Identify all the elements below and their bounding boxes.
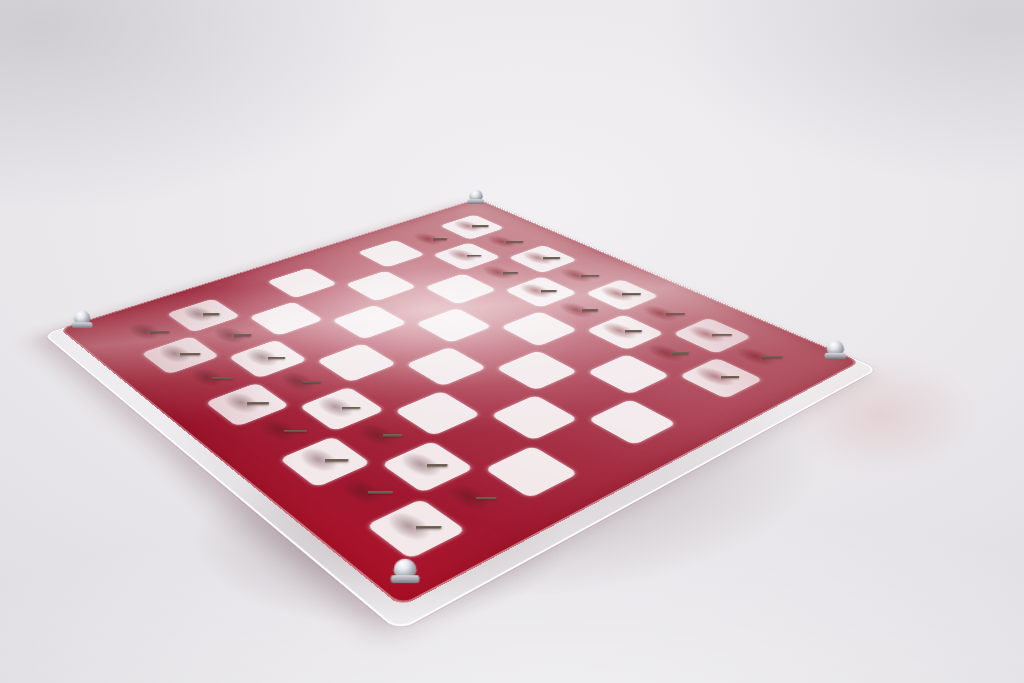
pawn-cap-icon bbox=[462, 419, 489, 444]
piece-body: ♜ bbox=[747, 297, 777, 346]
piece-plinth bbox=[703, 367, 739, 379]
piece-red-pawn-h7[interactable]: ♟ bbox=[703, 316, 739, 378]
pawn-cap-icon bbox=[534, 238, 549, 247]
queen-cap-icon bbox=[567, 194, 596, 206]
white-bishop-glyph-icon: ♗ bbox=[205, 321, 220, 338]
white-rook-glyph-icon: ♖ bbox=[143, 289, 156, 304]
pawn-cap-icon bbox=[370, 363, 395, 386]
piece-red-pawn-d7[interactable]: ♟ bbox=[525, 238, 556, 292]
piece-body: ♗ bbox=[308, 370, 342, 448]
pawn-cap-icon bbox=[663, 294, 679, 304]
piece-plinth bbox=[566, 301, 598, 311]
red-queen-glyph-icon: ♛ bbox=[575, 226, 588, 240]
white-pawn-glyph-icon: ♙ bbox=[421, 421, 434, 435]
white-knight-glyph-icon: ♘ bbox=[173, 308, 187, 323]
piece-red-rook-h8[interactable]: ♜ bbox=[741, 290, 782, 358]
piece-plinth bbox=[654, 343, 688, 354]
pawn-cap-icon bbox=[460, 205, 474, 214]
piece-body: ♟ bbox=[492, 229, 513, 263]
red-bishop-glyph-icon: ♝ bbox=[659, 262, 673, 277]
piece-red-pawn-b7[interactable]: ♟ bbox=[452, 205, 481, 256]
piece-plinth bbox=[525, 282, 556, 292]
piece-body: ♟ bbox=[571, 264, 593, 300]
piece-white-rook-h1[interactable]: ♖ bbox=[390, 443, 441, 529]
queen-cap-icon bbox=[230, 304, 265, 318]
white-rook-glyph-icon: ♖ bbox=[407, 471, 424, 490]
piece-body: ♗ bbox=[197, 297, 227, 366]
piece-body: ♖ bbox=[397, 452, 434, 513]
piece-red-pawn-f7[interactable]: ♟ bbox=[608, 274, 641, 332]
red-king-glyph-icon: ♚ bbox=[616, 242, 629, 257]
red-pawn-glyph-icon: ♟ bbox=[716, 338, 727, 351]
king-cap-icon bbox=[613, 206, 631, 220]
piece-plinth bbox=[344, 480, 393, 493]
pawn-cap-icon bbox=[330, 337, 354, 359]
piece-plinth bbox=[452, 247, 481, 257]
chess-board-3d: ♜♞♝♛♚♝♞♜♟♟♟♟♟♟♟♟♙♙♙♙♙♙♙♙♖♘♗♕♔♗♘♖ bbox=[60, 199, 861, 607]
red-bishop-glyph-icon: ♝ bbox=[536, 211, 548, 225]
piece-red-pawn-g7[interactable]: ♟ bbox=[654, 294, 688, 354]
bolt-nut bbox=[825, 353, 847, 359]
pawn-cap-icon bbox=[414, 390, 440, 414]
pawn-cap-icon bbox=[713, 316, 730, 327]
piece-white-pawn-h2[interactable]: ♙ bbox=[455, 419, 497, 499]
bolt-nut bbox=[391, 575, 420, 583]
pawn-cap-icon bbox=[574, 255, 589, 264]
red-pawn-glyph-icon: ♟ bbox=[428, 208, 437, 218]
pawn-cap-icon bbox=[496, 221, 510, 230]
piece-red-pawn-a7[interactable]: ♟ bbox=[418, 190, 447, 240]
red-pawn-glyph-icon: ♟ bbox=[620, 295, 631, 307]
red-rook-glyph-icon: ♜ bbox=[755, 312, 769, 327]
red-pawn-glyph-icon: ♟ bbox=[462, 223, 471, 233]
white-pawn-glyph-icon: ♙ bbox=[469, 452, 482, 467]
piece-body: ♕ bbox=[231, 317, 263, 391]
piece-body: ♟ bbox=[423, 198, 442, 230]
piece-white-bishop-f1[interactable]: ♗ bbox=[301, 370, 348, 462]
red-pawn-glyph-icon: ♟ bbox=[577, 275, 587, 286]
red-pawn-glyph-icon: ♟ bbox=[498, 240, 508, 251]
king-cap-icon bbox=[274, 323, 295, 340]
white-queen-glyph-icon: ♕ bbox=[239, 343, 255, 360]
piece-body: ♟ bbox=[709, 326, 733, 366]
pawn-cap-icon bbox=[426, 190, 439, 198]
white-bishop-glyph-icon: ♗ bbox=[316, 397, 333, 416]
red-pawn-glyph-icon: ♟ bbox=[666, 316, 677, 328]
bolt-nut bbox=[72, 322, 93, 328]
rook-cap-icon bbox=[746, 290, 779, 298]
piece-plinth bbox=[487, 264, 517, 274]
piece-body: ♙ bbox=[461, 437, 489, 484]
pawn-cap-icon bbox=[193, 253, 214, 272]
white-king-glyph-icon: ♔ bbox=[276, 367, 292, 385]
red-knight-glyph-icon: ♞ bbox=[706, 290, 719, 305]
red-pawn-glyph-icon: ♟ bbox=[536, 257, 546, 268]
piece-plinth bbox=[741, 347, 782, 358]
white-knight-glyph-icon: ♘ bbox=[360, 437, 376, 455]
piece-body: ♟ bbox=[660, 304, 683, 343]
piece-red-pawn-c7[interactable]: ♟ bbox=[487, 221, 517, 274]
pawn-cap-icon bbox=[224, 272, 246, 292]
rook-cap-icon bbox=[459, 172, 485, 179]
piece-plinth bbox=[418, 231, 447, 240]
piece-body: ♟ bbox=[614, 283, 637, 320]
piece-plinth bbox=[390, 514, 441, 528]
piece-white-knight-g1[interactable]: ♘ bbox=[344, 406, 393, 494]
rook-cap-icon bbox=[395, 443, 436, 453]
piece-plinth bbox=[301, 449, 348, 462]
pawn-cap-icon bbox=[617, 274, 633, 284]
piece-plinth bbox=[455, 486, 497, 500]
piece-body: ♟ bbox=[457, 213, 477, 246]
piece-plinth bbox=[608, 321, 641, 332]
piece-body: ♘ bbox=[351, 418, 387, 479]
chess-board: ♜♞♝♛♚♝♞♜♟♟♟♟♟♟♟♟♙♙♙♙♙♙♙♙♖♘♗♕♔♗♘♖ bbox=[60, 199, 861, 607]
piece-body: ♔ bbox=[268, 339, 301, 418]
rook-cap-icon bbox=[134, 267, 165, 275]
red-knight-glyph-icon: ♞ bbox=[501, 204, 512, 217]
red-rook-glyph-icon: ♜ bbox=[466, 190, 477, 202]
piece-body: ♟ bbox=[530, 246, 551, 281]
piece-body: ♘ bbox=[165, 292, 194, 343]
studio-backdrop: ♜♞♝♛♚♝♞♜♟♟♟♟♟♟♟♟♙♙♙♙♙♙♙♙♖♘♗♕♔♗♘♖ bbox=[0, 0, 1024, 683]
piece-red-pawn-e7[interactable]: ♟ bbox=[566, 255, 598, 311]
